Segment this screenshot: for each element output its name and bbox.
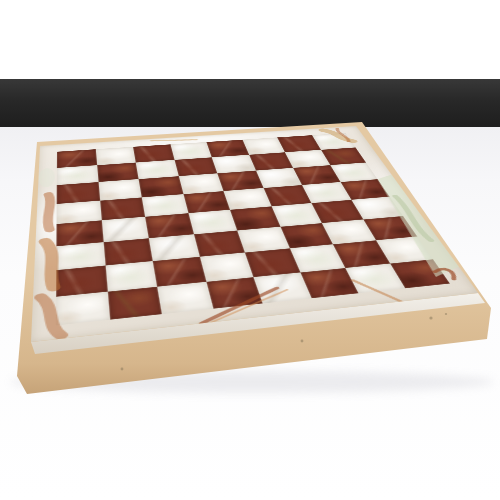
photo-scene: Angled overhead photo of an empty red an…	[0, 0, 500, 500]
square-a1	[56, 291, 110, 325]
square-c1	[157, 282, 213, 315]
square-b1	[107, 286, 162, 319]
